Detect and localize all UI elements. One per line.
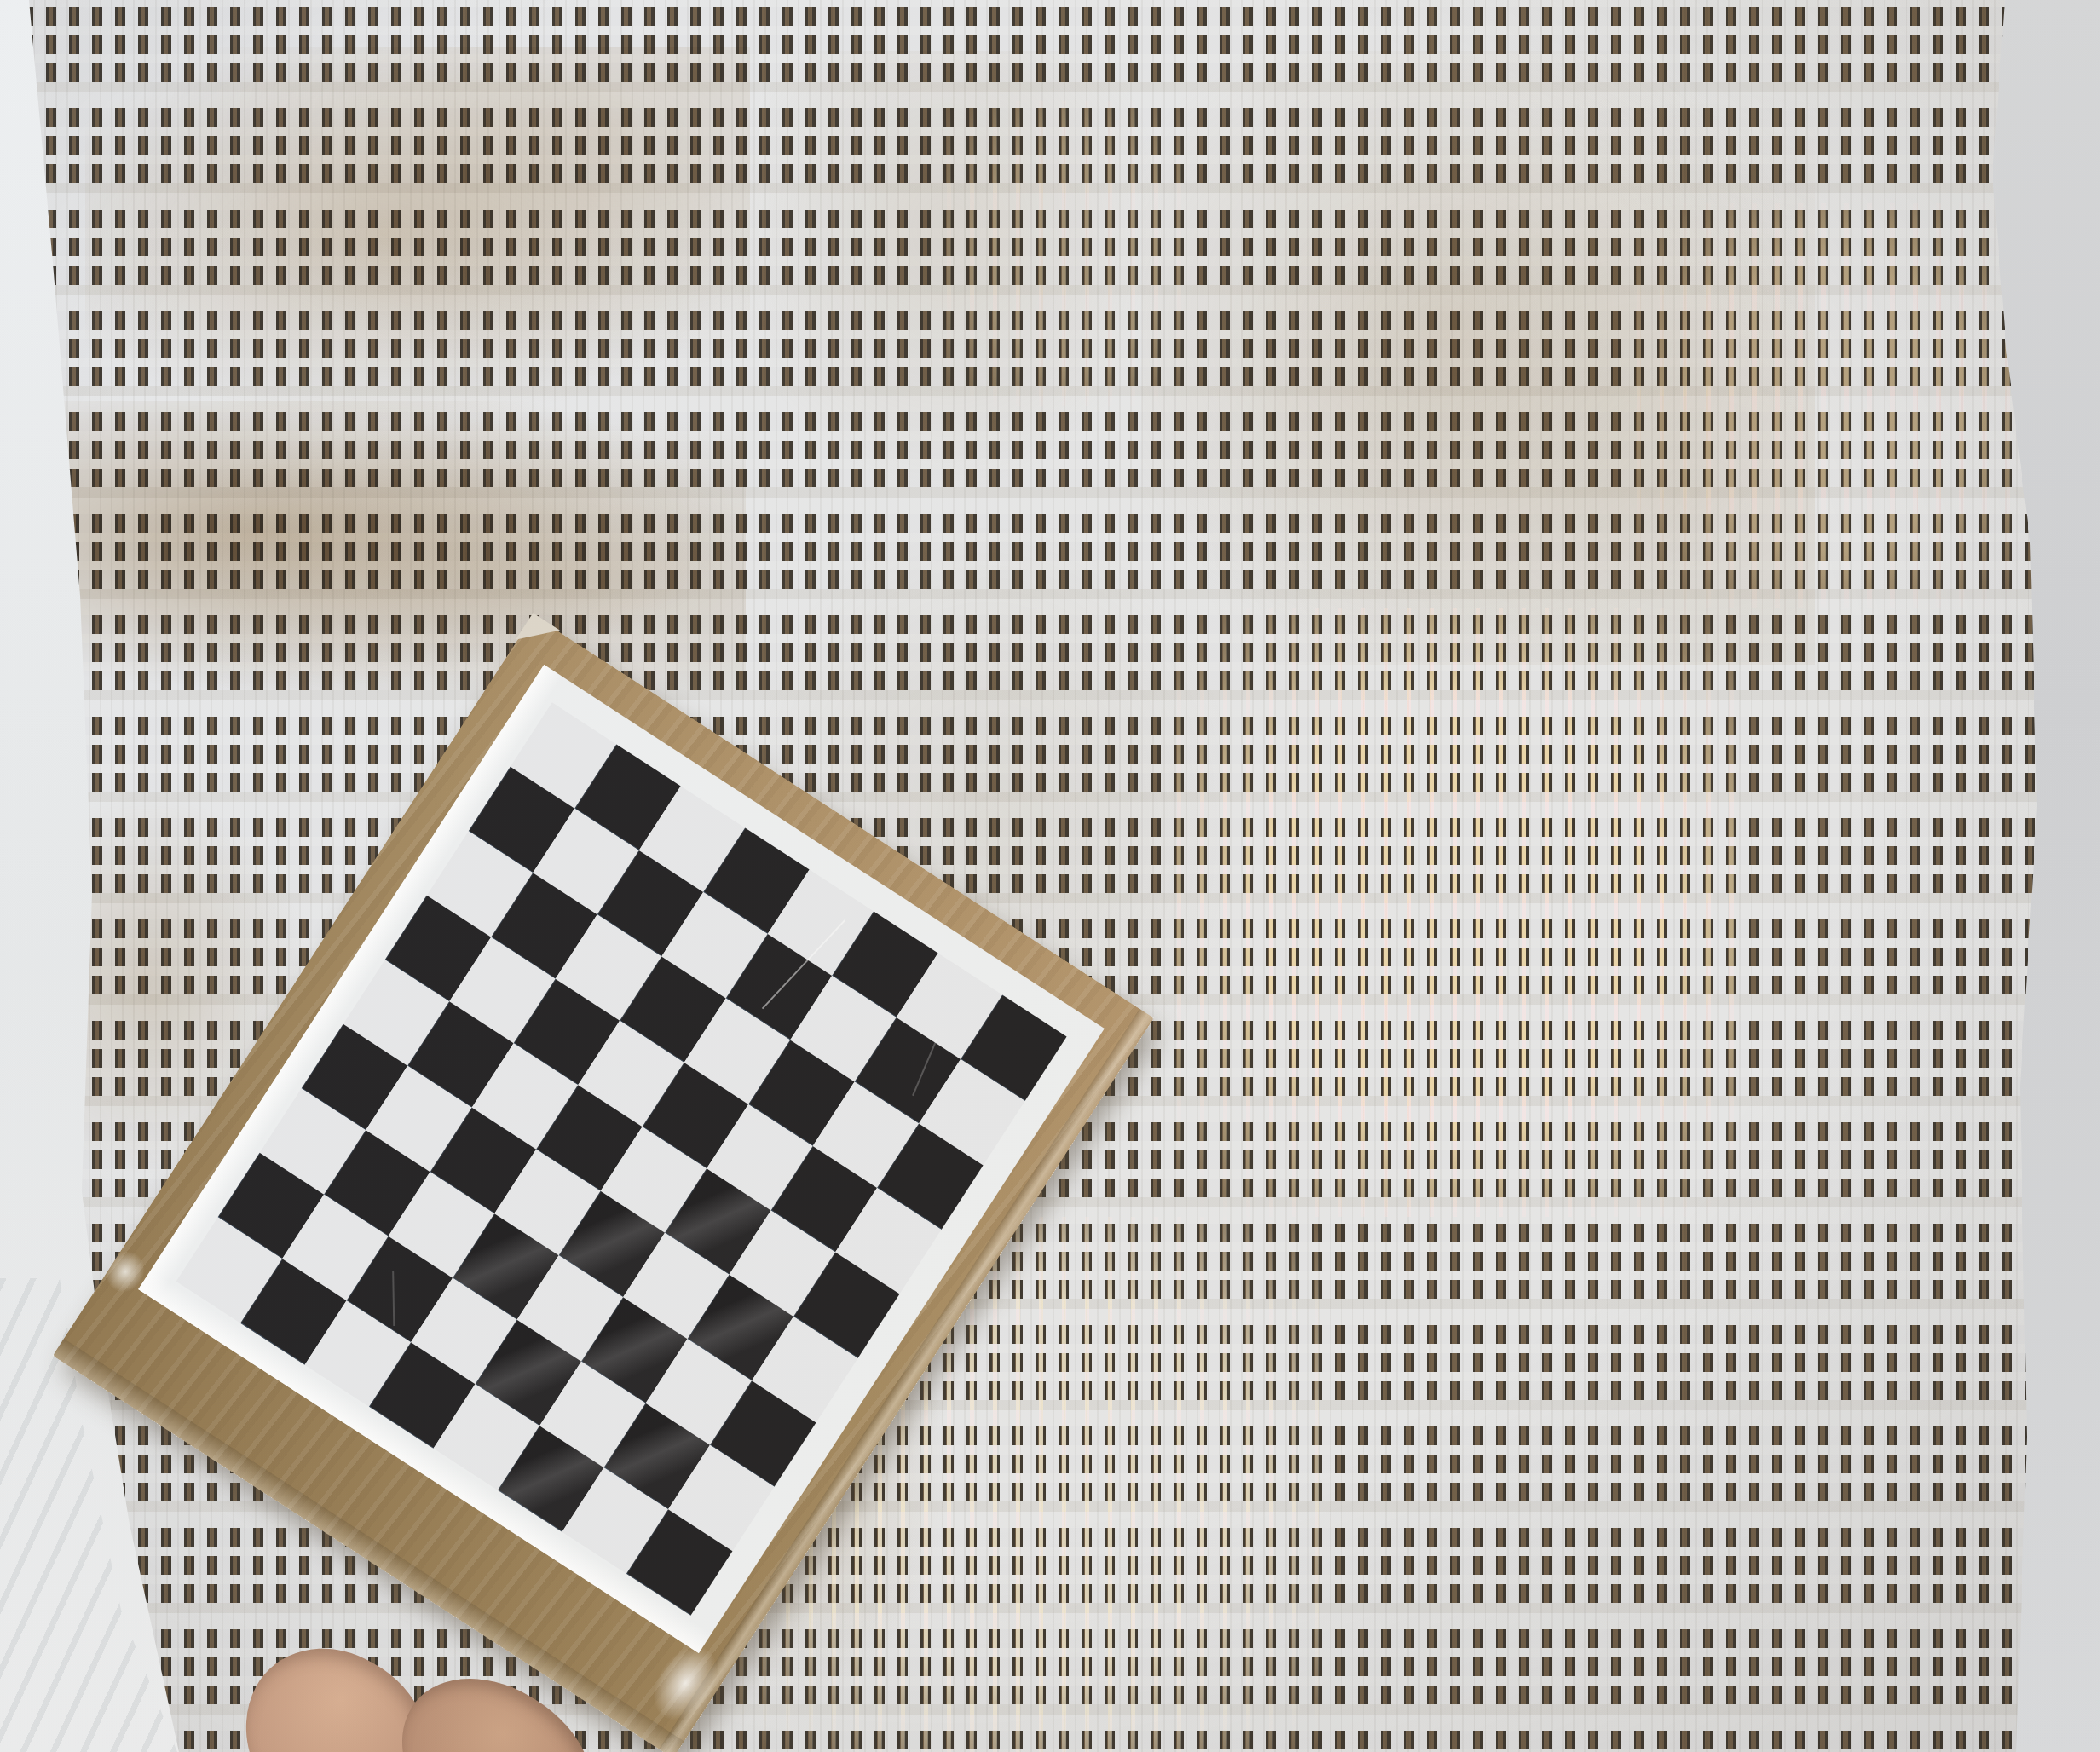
photo-stage [0, 0, 2100, 1752]
